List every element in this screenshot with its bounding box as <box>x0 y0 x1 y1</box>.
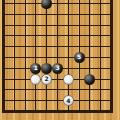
stone-black <box>84 74 95 85</box>
move-number: 4 <box>66 97 70 103</box>
board-grid <box>0 0 120 120</box>
stone-white-move-4: 4 <box>63 95 74 106</box>
go-board[interactable]: 12345 <box>0 0 120 120</box>
stone-black-move-3: 3 <box>52 63 63 74</box>
move-number: 2 <box>45 76 49 82</box>
stone-black <box>41 63 52 74</box>
stone-white <box>30 74 41 85</box>
move-number: 3 <box>55 65 59 71</box>
corner-dot <box>110 7 114 11</box>
move-number: 1 <box>34 65 38 71</box>
stone-white-move-2: 2 <box>41 74 52 85</box>
move-number: 5 <box>77 54 81 60</box>
stone-black-move-1: 1 <box>30 63 41 74</box>
stone-white <box>63 74 74 85</box>
go-diagram-screenshot: 12345 <box>0 0 120 120</box>
stone-black-move-5: 5 <box>74 52 85 63</box>
